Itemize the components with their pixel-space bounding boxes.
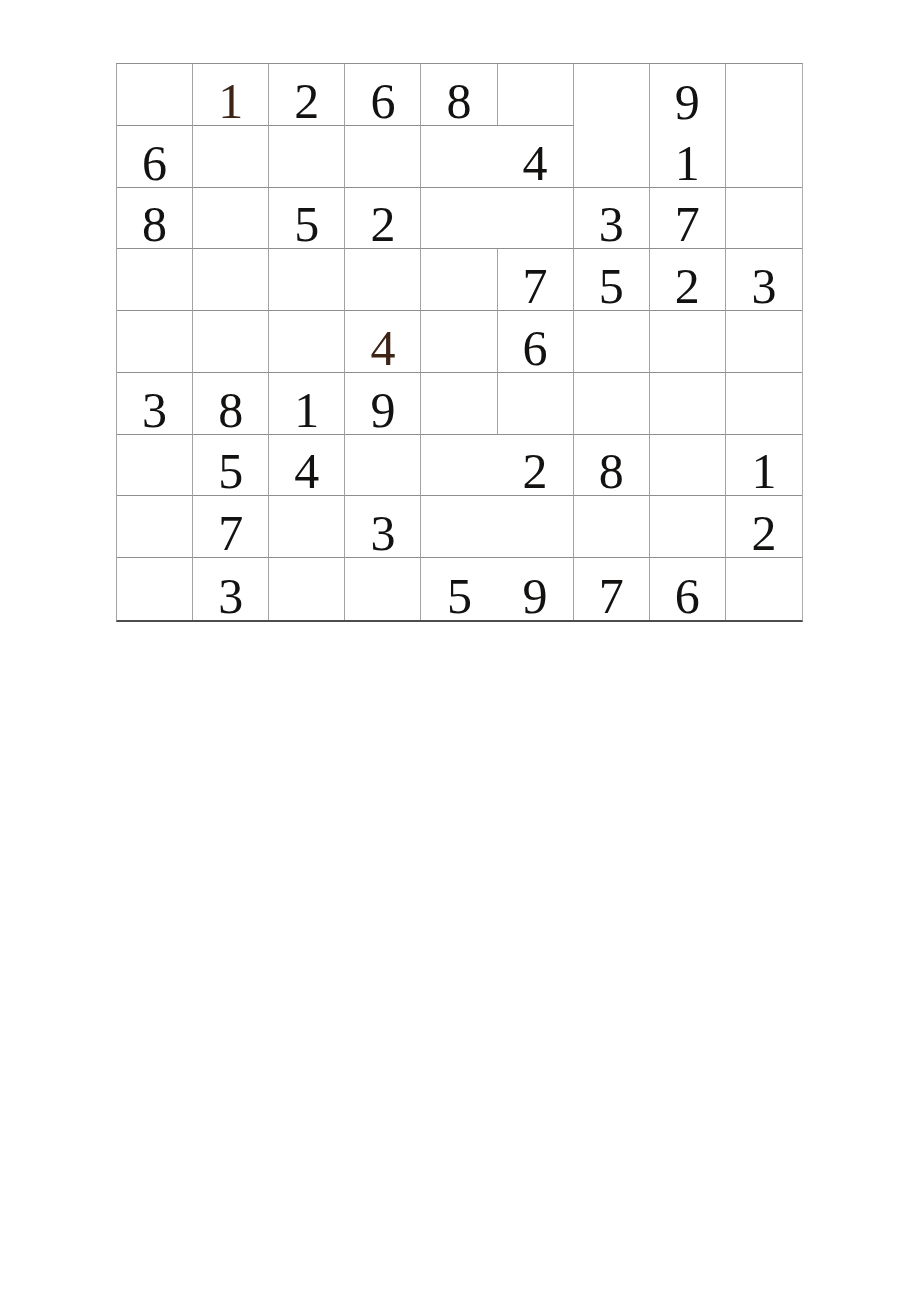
cell-r1c9[interactable]: [726, 64, 802, 126]
given-digit: 8: [446, 76, 471, 126]
cell-r6c5[interactable]: [421, 373, 497, 435]
cell-r3c5[interactable]: [421, 188, 497, 250]
cell-r6c4[interactable]: 9: [345, 373, 421, 435]
given-digit: 2: [675, 261, 700, 311]
cell-r4c6[interactable]: 7: [498, 249, 574, 311]
cell-r2c4[interactable]: [345, 126, 421, 188]
cell-r6c2[interactable]: 8: [193, 373, 269, 435]
cell-r7c8[interactable]: [650, 435, 726, 497]
cell-r7c9[interactable]: 1: [726, 435, 802, 497]
cell-r7c1[interactable]: [117, 435, 193, 497]
document-page: 126896418523775234638195428173235976: [0, 0, 920, 1301]
given-digit: 2: [370, 199, 395, 249]
cell-r9c1[interactable]: [117, 558, 193, 620]
given-digit: 3: [751, 261, 776, 311]
cell-r1c2[interactable]: 1: [193, 64, 269, 126]
cell-r6c3[interactable]: 1: [269, 373, 345, 435]
given-digit: 5: [218, 446, 243, 496]
cell-r7c2[interactable]: 5: [193, 435, 269, 497]
cell-r9c7[interactable]: 7: [574, 558, 650, 620]
cell-r2c3[interactable]: [269, 126, 345, 188]
given-digit: 8: [218, 385, 243, 435]
cell-r1c5[interactable]: 8: [421, 64, 497, 126]
given-digit: 4: [523, 138, 548, 188]
cell-r2c7[interactable]: [574, 126, 650, 188]
given-digit: 5: [599, 261, 624, 311]
cell-r9c3[interactable]: [269, 558, 345, 620]
given-digit: 9: [370, 385, 395, 435]
given-digit: 7: [523, 261, 548, 311]
given-digit: 9: [675, 77, 700, 127]
cell-r2c8[interactable]: 1: [650, 126, 726, 188]
cell-r4c5[interactable]: [421, 249, 497, 311]
cell-r6c9[interactable]: [726, 373, 802, 435]
given-digit: 7: [675, 199, 700, 249]
cell-r6c1[interactable]: 3: [117, 373, 193, 435]
cell-r8c6[interactable]: [498, 496, 574, 558]
given-digit: 1: [751, 446, 776, 496]
cell-r3c6[interactable]: [498, 188, 574, 250]
cell-r9c5[interactable]: 5: [421, 558, 497, 620]
given-digit: 4: [294, 446, 319, 496]
cell-r9c4[interactable]: [345, 558, 421, 620]
cell-r8c5[interactable]: [421, 496, 497, 558]
cell-r4c3[interactable]: [269, 249, 345, 311]
cell-r3c1[interactable]: 8: [117, 188, 193, 250]
cell-r5c8[interactable]: [650, 311, 726, 373]
cell-r5c5[interactable]: [421, 311, 497, 373]
cell-r5c4[interactable]: 4: [345, 311, 421, 373]
cell-r2c2[interactable]: [193, 126, 269, 188]
cell-r7c7[interactable]: 8: [574, 435, 650, 497]
given-digit: 5: [447, 571, 472, 621]
cell-r5c2[interactable]: [193, 311, 269, 373]
cell-r4c2[interactable]: [193, 249, 269, 311]
given-digit: 6: [370, 76, 395, 126]
cell-r2c5[interactable]: [421, 126, 497, 188]
given-digit: 3: [370, 508, 395, 558]
given-digit: 6: [675, 571, 700, 621]
cell-r2c9[interactable]: [726, 126, 802, 188]
cell-r4c7[interactable]: 5: [574, 249, 650, 311]
sudoku-board: 126896418523775234638195428173235976: [116, 63, 803, 622]
cell-r2c6[interactable]: 4: [498, 126, 574, 188]
given-digit: 1: [675, 138, 700, 188]
cell-r5c7[interactable]: [574, 311, 650, 373]
cell-r5c1[interactable]: [117, 311, 193, 373]
cell-r1c6[interactable]: [498, 64, 574, 126]
cell-r3c4[interactable]: 2: [345, 188, 421, 250]
given-digit: 3: [142, 385, 167, 435]
given-digit: 9: [523, 571, 548, 621]
given-digit: 7: [218, 508, 243, 558]
cell-r4c1[interactable]: [117, 249, 193, 311]
cell-r8c7[interactable]: [574, 496, 650, 558]
given-digit: 1: [218, 76, 243, 126]
cell-r3c8[interactable]: 7: [650, 188, 726, 250]
given-digit: 1: [294, 385, 319, 435]
cell-r4c4[interactable]: [345, 249, 421, 311]
cell-r1c7[interactable]: [574, 64, 650, 126]
cell-r1c4[interactable]: 6: [345, 64, 421, 126]
cell-r9c2[interactable]: 3: [193, 558, 269, 620]
cell-r3c7[interactable]: 3: [574, 188, 650, 250]
cell-r9c6[interactable]: 9: [498, 558, 574, 620]
cell-r1c1[interactable]: [117, 64, 193, 126]
cell-r9c8[interactable]: 6: [650, 558, 726, 620]
cell-r1c8[interactable]: 9: [650, 64, 726, 126]
cell-r1c3[interactable]: 2: [269, 64, 345, 126]
cell-r3c2[interactable]: [193, 188, 269, 250]
given-digit: 6: [142, 138, 167, 188]
cell-r5c3[interactable]: [269, 311, 345, 373]
cell-r8c3[interactable]: [269, 496, 345, 558]
cell-r8c2[interactable]: 7: [193, 496, 269, 558]
given-digit: 7: [599, 571, 624, 621]
given-digit: 8: [599, 446, 624, 496]
cell-r8c9[interactable]: 2: [726, 496, 802, 558]
cell-r2c1[interactable]: 6: [117, 126, 193, 188]
cell-r7c3[interactable]: 4: [269, 435, 345, 497]
cell-r3c3[interactable]: 5: [269, 188, 345, 250]
given-digit: 8: [142, 199, 167, 249]
given-digit: 3: [599, 199, 624, 249]
given-digit: 6: [523, 323, 548, 373]
cell-r5c6[interactable]: 6: [498, 311, 574, 373]
cell-r7c6[interactable]: 2: [498, 435, 574, 497]
cell-r6c7[interactable]: [574, 373, 650, 435]
cell-r8c4[interactable]: 3: [345, 496, 421, 558]
cell-r8c1[interactable]: [117, 496, 193, 558]
given-digit: 2: [751, 508, 776, 558]
cell-r4c9[interactable]: 3: [726, 249, 802, 311]
cell-r6c8[interactable]: [650, 373, 726, 435]
given-digit: 2: [294, 76, 319, 126]
given-digit: 4: [370, 323, 395, 373]
cell-r7c4[interactable]: [345, 435, 421, 497]
cell-r8c8[interactable]: [650, 496, 726, 558]
cell-r9c9[interactable]: [726, 558, 802, 620]
cell-r6c6[interactable]: [498, 373, 574, 435]
cell-r7c5[interactable]: [421, 435, 497, 497]
given-digit: 3: [218, 571, 243, 621]
cell-r5c9[interactable]: [726, 311, 802, 373]
given-digit: 5: [294, 199, 319, 249]
cell-r3c9[interactable]: [726, 188, 802, 250]
cell-r4c8[interactable]: 2: [650, 249, 726, 311]
given-digit: 2: [523, 446, 548, 496]
